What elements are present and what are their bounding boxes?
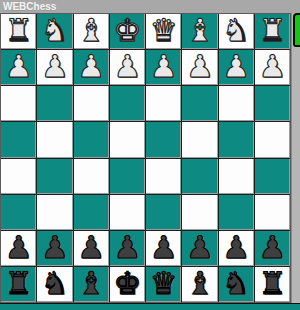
square-g7[interactable]: ♟ (37, 231, 72, 266)
square-f6[interactable] (74, 195, 109, 230)
piece-bP: ♟ (77, 232, 105, 263)
square-g5[interactable] (37, 159, 72, 194)
square-e5[interactable] (110, 159, 145, 194)
piece-bP: ♟ (5, 232, 33, 263)
square-d3[interactable] (146, 86, 181, 121)
piece-bK: ♚ (113, 268, 141, 299)
square-c6[interactable] (182, 195, 217, 230)
square-d8[interactable]: ♛ (146, 267, 181, 302)
square-b6[interactable] (219, 195, 254, 230)
square-a4[interactable] (255, 122, 290, 157)
piece-wP: ♟ (258, 51, 286, 82)
piece-bP: ♟ (222, 232, 250, 263)
square-a8[interactable]: ♜ (255, 267, 290, 302)
piece-bN: ♞ (41, 268, 69, 299)
square-h8[interactable]: ♜ (1, 267, 36, 302)
piece-wN: ♞ (41, 15, 69, 46)
square-e6[interactable] (110, 195, 145, 230)
square-a3[interactable] (255, 86, 290, 121)
piece-wR: ♜ (5, 15, 33, 46)
square-a7[interactable]: ♟ (255, 231, 290, 266)
piece-wQ: ♛ (150, 15, 178, 46)
square-g8[interactable]: ♞ (37, 267, 72, 302)
piece-bB: ♝ (77, 268, 105, 299)
square-c5[interactable] (182, 159, 217, 194)
square-g4[interactable] (37, 122, 72, 157)
piece-wP: ♟ (5, 51, 33, 82)
square-f7[interactable]: ♟ (74, 231, 109, 266)
piece-wP: ♟ (77, 51, 105, 82)
square-b5[interactable] (219, 159, 254, 194)
square-f2[interactable]: ♟ (74, 50, 109, 85)
window-titlebar[interactable]: WEBChess (0, 0, 300, 14)
piece-bP: ♟ (41, 232, 69, 263)
piece-wP: ♟ (150, 51, 178, 82)
piece-bP: ♟ (258, 232, 286, 263)
square-a5[interactable] (255, 159, 290, 194)
square-e3[interactable] (110, 86, 145, 121)
square-a1[interactable]: ♜ (255, 14, 290, 49)
square-e4[interactable] (110, 122, 145, 157)
window-right-border (291, 13, 300, 303)
square-f5[interactable] (74, 159, 109, 194)
square-b3[interactable] (219, 86, 254, 121)
square-d1[interactable]: ♛ (146, 14, 181, 49)
square-c3[interactable] (182, 86, 217, 121)
square-h5[interactable] (1, 159, 36, 194)
square-d7[interactable]: ♟ (146, 231, 181, 266)
piece-bP: ♟ (186, 232, 214, 263)
square-e2[interactable]: ♟ (110, 50, 145, 85)
square-f4[interactable] (74, 122, 109, 157)
piece-wK: ♚ (113, 15, 141, 46)
piece-wB: ♝ (186, 15, 214, 46)
square-e8[interactable]: ♚ (110, 267, 145, 302)
chess-board: ♜♞♝♚♛♝♞♜♟♟♟♟♟♟♟♟♟♟♟♟♟♟♟♟♜♞♝♚♛♝♞♜ (0, 13, 291, 303)
square-h4[interactable] (1, 122, 36, 157)
square-h3[interactable] (1, 86, 36, 121)
square-g1[interactable]: ♞ (37, 14, 72, 49)
square-b1[interactable]: ♞ (219, 14, 254, 49)
square-c1[interactable]: ♝ (182, 14, 217, 49)
square-c7[interactable]: ♟ (182, 231, 217, 266)
square-d2[interactable]: ♟ (146, 50, 181, 85)
square-c4[interactable] (182, 122, 217, 157)
square-h2[interactable]: ♟ (1, 50, 36, 85)
piece-wR: ♜ (258, 15, 286, 46)
square-g3[interactable] (37, 86, 72, 121)
square-f8[interactable]: ♝ (74, 267, 109, 302)
piece-bP: ♟ (150, 232, 178, 263)
square-h7[interactable]: ♟ (1, 231, 36, 266)
square-g6[interactable] (37, 195, 72, 230)
piece-bQ: ♛ (150, 268, 178, 299)
square-b8[interactable]: ♞ (219, 267, 254, 302)
piece-bP: ♟ (113, 232, 141, 263)
square-g2[interactable]: ♟ (37, 50, 72, 85)
square-f3[interactable] (74, 86, 109, 121)
square-f1[interactable]: ♝ (74, 14, 109, 49)
background-object-fragment (293, 13, 300, 47)
piece-bB: ♝ (186, 268, 214, 299)
piece-wP: ♟ (222, 51, 250, 82)
square-a2[interactable]: ♟ (255, 50, 290, 85)
window-title: WEBChess (0, 0, 56, 13)
piece-bR: ♜ (258, 268, 286, 299)
square-c2[interactable]: ♟ (182, 50, 217, 85)
square-h1[interactable]: ♜ (1, 14, 36, 49)
piece-bR: ♜ (5, 268, 33, 299)
square-e1[interactable]: ♚ (110, 14, 145, 49)
webchess-window: WEBChess ♜♞♝♚♛♝♞♜♟♟♟♟♟♟♟♟♟♟♟♟♟♟♟♟♜♞♝♚♛♝♞… (0, 0, 300, 310)
piece-wB: ♝ (77, 15, 105, 46)
desktop-background-strip (0, 303, 300, 310)
square-b4[interactable] (219, 122, 254, 157)
square-e7[interactable]: ♟ (110, 231, 145, 266)
piece-wN: ♞ (222, 15, 250, 46)
square-b2[interactable]: ♟ (219, 50, 254, 85)
piece-wP: ♟ (41, 51, 69, 82)
square-b7[interactable]: ♟ (219, 231, 254, 266)
square-d5[interactable] (146, 159, 181, 194)
piece-wP: ♟ (186, 51, 214, 82)
square-d4[interactable] (146, 122, 181, 157)
square-a6[interactable] (255, 195, 290, 230)
piece-wP: ♟ (113, 51, 141, 82)
square-h6[interactable] (1, 195, 36, 230)
square-d6[interactable] (146, 195, 181, 230)
piece-bN: ♞ (222, 268, 250, 299)
square-c8[interactable]: ♝ (182, 267, 217, 302)
